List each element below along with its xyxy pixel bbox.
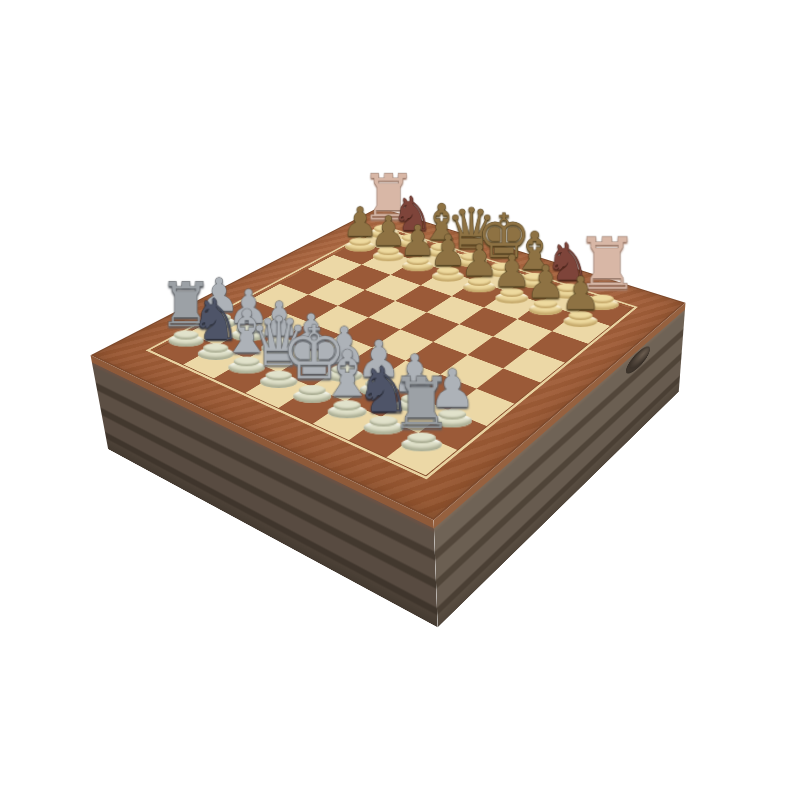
product-photo-scene: ♜♞♝♛♚♝♞♜♟♟♟♟♟♟♟♟♟♟♟♟♟♟♟♟♜♞♝♛♚♝♞♜ (0, 0, 800, 800)
chess-box: ♜♞♝♛♚♝♞♜♟♟♟♟♟♟♟♟♟♟♟♟♟♟♟♟♜♞♝♛♚♝♞♜ (91, 207, 686, 520)
piece-black-pawn-h7[interactable]: ♟ (553, 265, 609, 327)
black-pawn-icon: ♟ (553, 270, 609, 316)
piece-white-rook-h1[interactable]: ♜ (388, 361, 455, 451)
white-rook-icon: ♜ (388, 367, 455, 438)
perspective-camera: ♜♞♝♛♚♝♞♜♟♟♟♟♟♟♟♟♟♟♟♟♟♟♟♟♜♞♝♛♚♝♞♜ (0, 0, 800, 800)
